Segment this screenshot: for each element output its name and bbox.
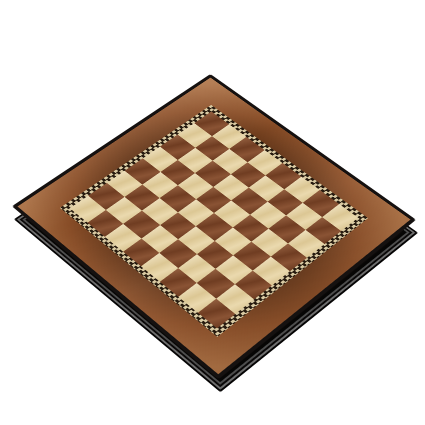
chess-board bbox=[12, 74, 416, 379]
board-rim bbox=[12, 74, 416, 379]
chess-board-scene bbox=[71, 70, 357, 356]
mahogany-frame bbox=[18, 78, 411, 375]
background bbox=[0, 0, 425, 425]
